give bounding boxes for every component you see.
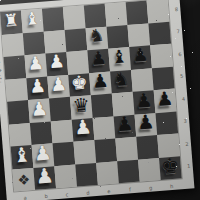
black-knight-piece: ♞: [88, 27, 105, 46]
rank-label: 5: [178, 65, 186, 88]
file-label: g: [140, 184, 161, 192]
square-e8: [84, 4, 107, 28]
rank-label: 4: [180, 88, 188, 111]
white-pawn-piece: ♟: [49, 75, 67, 95]
square-f6: ♝: [108, 47, 131, 71]
square-b5: ♟: [26, 76, 49, 100]
square-c8: [42, 7, 65, 31]
square-a7: [2, 33, 25, 57]
white-bishop-piece: ♝: [24, 10, 41, 28]
square-e3: [93, 116, 116, 140]
square-a4: [7, 100, 30, 124]
square-c5: ♟: [47, 74, 70, 98]
square-e1: [96, 161, 119, 185]
square-h5: [152, 66, 175, 90]
square-g3: ♟: [134, 113, 157, 137]
black-pawn-piece: ♟: [90, 49, 108, 68]
square-g2: [136, 135, 159, 159]
square-c2: [53, 142, 76, 166]
chess-board: ♜♝♞♟♟♟♝♟♟♟♚♟♞♟♛♟♟♟♟♟♝♟❖♟♚ abcdefgh 87654…: [0, 0, 194, 200]
file-label: d: [77, 189, 98, 197]
black-pawn-piece: ♟: [91, 71, 109, 91]
square-e7: ♞: [86, 26, 109, 50]
square-c3: [51, 119, 74, 143]
black-king-piece: ♚: [160, 155, 180, 177]
square-f4: [112, 92, 135, 116]
square-b7: [23, 31, 46, 55]
square-a2: ♝: [11, 145, 34, 169]
white-pawn-piece: ♟: [27, 54, 45, 73]
square-d7: [65, 28, 88, 52]
black-pawn-piece: ♟: [135, 90, 153, 110]
square-g5: [131, 68, 154, 92]
white-rook-piece: ♜: [3, 11, 20, 29]
square-h3: [155, 111, 178, 135]
square-d4: ♛: [70, 95, 93, 119]
square-b8: ♝: [21, 9, 44, 33]
black-knight-piece: ♞: [112, 70, 130, 90]
file-label: c: [56, 191, 77, 199]
square-f8: [105, 2, 128, 26]
square-a3: [9, 123, 32, 147]
rank-label: 7: [174, 20, 182, 43]
square-a1: ❖: [12, 167, 35, 191]
square-e5: ♟: [89, 71, 112, 95]
square-h2: [157, 133, 180, 157]
white-bishop-piece: ♝: [12, 144, 31, 165]
white-pawn-piece: ♟: [35, 165, 55, 187]
square-c6: ♟: [45, 52, 68, 76]
white-pawn-piece: ♟: [33, 143, 52, 164]
chessboard-photo: ♜♝♞♟♟♟♝♟♟♟♚♟♞♟♛♟♟♟♟♟♝♟❖♟♚ abcdefgh 87654…: [0, 0, 200, 200]
square-g8: [126, 0, 149, 24]
file-label: h: [161, 182, 182, 190]
square-g4: ♟: [133, 90, 156, 114]
square-d1: [75, 162, 98, 186]
black-pawn-piece: ♟: [132, 46, 150, 65]
dust-speckles: [0, 0, 1, 1]
black-bishop-piece: ♝: [111, 47, 129, 66]
square-d5: ♚: [68, 73, 91, 97]
rank-label: 6: [176, 43, 184, 66]
white-pawn-piece: ♟: [30, 98, 48, 118]
square-b2: ♟: [32, 143, 55, 167]
white-pawn-piece: ♟: [28, 76, 46, 96]
rank-label: 2: [183, 133, 191, 156]
black-pawn-piece: ♟: [156, 88, 174, 108]
rank-label: 8: [173, 0, 181, 21]
file-label: a: [14, 194, 35, 200]
square-a8: ♜: [0, 10, 23, 34]
square-f3: ♟: [114, 114, 137, 138]
square-b1: ♟: [33, 166, 56, 190]
square-h4: ♟: [154, 89, 177, 113]
rank-label: 3: [181, 110, 189, 133]
square-e2: [94, 138, 117, 162]
square-d2: [73, 140, 96, 164]
white-pawn-piece: ♟: [48, 52, 66, 71]
black-pawn-piece: ♟: [136, 112, 155, 133]
square-g7: [127, 23, 150, 47]
square-b4: ♟: [28, 98, 51, 122]
square-f5: ♞: [110, 69, 133, 93]
square-g6: ♟: [129, 45, 152, 69]
square-a6: [4, 55, 27, 79]
square-f7: [106, 25, 129, 49]
square-c1: [54, 164, 77, 188]
square-d6: [66, 50, 89, 74]
square-g1: [138, 158, 161, 182]
square-e4: [91, 94, 114, 118]
square-e6: ♟: [87, 49, 110, 73]
white-king-piece: ♚: [70, 73, 88, 93]
file-label: f: [119, 186, 140, 194]
square-c7: [44, 30, 67, 54]
square-b6: ♟: [25, 54, 48, 78]
black-queen-piece: ♛: [72, 95, 90, 115]
square-f2: [115, 137, 138, 161]
square-f1: [117, 159, 140, 183]
square-h7: [148, 21, 171, 45]
file-label: b: [35, 192, 56, 200]
square-d8: [63, 5, 86, 29]
square-a5: [5, 78, 28, 102]
square-h6: [150, 44, 173, 68]
square-d3: ♟: [72, 118, 95, 142]
black-pawn-piece: ♟: [115, 114, 134, 135]
file-label: e: [98, 187, 119, 195]
white-pawn-piece: ♟: [73, 117, 92, 138]
rank-label: 1: [185, 155, 193, 178]
square-c4: [49, 97, 72, 121]
square-b3: [30, 121, 53, 145]
board-corner-emblem-icon: ❖: [12, 167, 35, 191]
square-h8: [147, 0, 170, 23]
board-grid: ♜♝♞♟♟♟♝♟♟♟♚♟♞♟♛♟♟♟♟♟♝♟❖♟♚: [0, 0, 182, 191]
square-h1: ♚: [159, 156, 182, 180]
